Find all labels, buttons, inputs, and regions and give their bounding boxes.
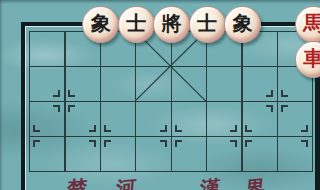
point-marker-bracket (266, 105, 273, 112)
point-marker-bracket (33, 140, 40, 147)
point-marker-bracket (160, 125, 167, 132)
grid-line-vertical (277, 31, 278, 172)
grid-line-vertical (100, 31, 101, 172)
piece-glyph: 士 (197, 13, 217, 33)
point-marker-bracket (53, 105, 60, 112)
piece-black-advisor[interactable]: 士 (189, 6, 226, 43)
point-marker-bracket (230, 125, 237, 132)
piece-black-advisor[interactable]: 士 (118, 6, 155, 43)
piece-glyph: 將 (162, 13, 182, 33)
piece-glyph: 象 (232, 13, 252, 33)
board-frame-highlight-left (25, 26, 26, 190)
point-marker-bracket (89, 140, 96, 147)
point-marker-bracket (301, 125, 308, 132)
point-marker-bracket (175, 125, 182, 132)
point-marker-bracket (245, 125, 252, 132)
point-marker-bracket (68, 105, 75, 112)
piece-black-elephant[interactable]: 象 (224, 6, 261, 43)
grid-line-vertical (64, 31, 65, 172)
piece-red-chariot[interactable]: 車 (295, 41, 320, 78)
piece-glyph: 士 (126, 13, 146, 33)
point-marker-bracket (104, 140, 111, 147)
point-marker-bracket (104, 125, 111, 132)
river-label: 漢 (199, 174, 222, 190)
piece-glyph: 象 (91, 13, 111, 33)
point-marker-bracket (266, 90, 273, 97)
piece-red-horse[interactable]: 馬 (295, 6, 320, 43)
piece-black-general[interactable]: 將 (153, 6, 190, 43)
piece-glyph: 馬 (303, 13, 320, 33)
xiangqi-board: 象士將士象馬車楚河漢界 (0, 0, 320, 190)
point-marker-bracket (89, 125, 96, 132)
river-label: 河 (115, 174, 138, 190)
point-marker-bracket (245, 140, 252, 147)
piece-black-elephant[interactable]: 象 (82, 6, 119, 43)
point-marker-bracket (301, 140, 308, 147)
river-label: 界 (244, 174, 267, 190)
river-label: 楚 (66, 174, 89, 190)
point-marker-bracket (33, 125, 40, 132)
grid-line-vertical (29, 31, 30, 172)
point-marker-bracket (281, 105, 288, 112)
point-marker-bracket (68, 90, 75, 97)
point-marker-bracket (160, 140, 167, 147)
piece-glyph: 車 (303, 48, 320, 68)
grid-line-vertical (241, 31, 242, 172)
point-marker-bracket (281, 90, 288, 97)
point-marker-bracket (53, 90, 60, 97)
point-marker-bracket (175, 140, 182, 147)
point-marker-bracket (230, 140, 237, 147)
